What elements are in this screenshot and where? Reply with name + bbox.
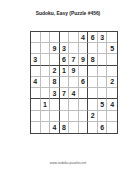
cell-r2c4-given-3: 3 bbox=[60, 43, 70, 54]
cell-r4c5-given-9: 9 bbox=[69, 66, 79, 77]
cell-r2c2-empty bbox=[41, 43, 51, 54]
cell-r3c7-given-8: 8 bbox=[88, 54, 98, 65]
cell-r8c9-empty bbox=[107, 111, 117, 122]
cell-r6c1-empty bbox=[31, 88, 41, 99]
cell-r3c6-given-9: 9 bbox=[79, 54, 89, 65]
cell-r8c8-empty bbox=[98, 111, 108, 122]
cell-r4c9-empty bbox=[107, 66, 117, 77]
cell-r7c9-given-4: 4 bbox=[107, 99, 117, 110]
page-title: Sudoku, Easy (Puzzle #456) bbox=[12, 11, 124, 16]
cell-r7c4-empty bbox=[60, 99, 70, 110]
cell-r2c3-given-9: 9 bbox=[50, 43, 60, 54]
sudoku-board: 4639353679821948623741542486 bbox=[30, 31, 118, 134]
cell-r9c8-given-6: 6 bbox=[98, 122, 108, 133]
cell-r1c4-empty bbox=[60, 32, 70, 43]
cell-r4c7-empty bbox=[88, 66, 98, 77]
cell-r4c4-given-1: 1 bbox=[60, 66, 70, 77]
cell-r2c7-empty bbox=[88, 43, 98, 54]
cell-r5c8-empty bbox=[98, 77, 108, 88]
cell-r3c4-given-6: 6 bbox=[60, 54, 70, 65]
cell-r1c7-given-6: 6 bbox=[88, 32, 98, 43]
cell-r6c8-empty bbox=[98, 88, 108, 99]
cell-r6c7-empty bbox=[88, 88, 98, 99]
cell-r8c5-empty bbox=[69, 111, 79, 122]
cell-r4c6-empty bbox=[79, 66, 89, 77]
cell-r7c7-empty bbox=[88, 99, 98, 110]
cell-r9c6-empty bbox=[79, 122, 89, 133]
footer-url: www.sudoku-puzzles.net bbox=[23, 161, 113, 165]
cell-r4c8-empty bbox=[98, 66, 108, 77]
cell-r9c4-given-8: 8 bbox=[60, 122, 70, 133]
cell-r7c6-empty bbox=[79, 99, 89, 110]
cell-r5c3-given-8: 8 bbox=[50, 77, 60, 88]
cell-r3c2-empty bbox=[41, 54, 51, 65]
cell-r7c5-empty bbox=[69, 99, 79, 110]
cell-r7c1-empty bbox=[31, 99, 41, 110]
cell-r9c5-empty bbox=[69, 122, 79, 133]
printable-sudoku-page: { "page": { "title": "Sudoku, Easy (Puzz… bbox=[0, 0, 136, 176]
cell-r3c1-given-3: 3 bbox=[31, 54, 41, 65]
cell-r8c1-empty bbox=[31, 111, 41, 122]
cell-r4c2-empty bbox=[41, 66, 51, 77]
cell-r3c9-empty bbox=[107, 54, 117, 65]
cell-r5c2-empty bbox=[41, 77, 51, 88]
cell-r1c9-empty bbox=[107, 32, 117, 43]
cell-r6c9-empty bbox=[107, 88, 117, 99]
cell-r5c4-empty bbox=[60, 77, 70, 88]
cell-r5c7-empty bbox=[88, 77, 98, 88]
cell-r6c5-given-4: 4 bbox=[69, 88, 79, 99]
cell-r6c4-given-7: 7 bbox=[60, 88, 70, 99]
cell-r2c5-empty bbox=[69, 43, 79, 54]
cell-r9c9-empty bbox=[107, 122, 117, 133]
cell-r3c8-empty bbox=[98, 54, 108, 65]
cell-r5c6-given-6: 6 bbox=[79, 77, 89, 88]
cell-r8c7-given-2: 2 bbox=[88, 111, 98, 122]
cell-r8c6-empty bbox=[79, 111, 89, 122]
cell-r8c3-empty bbox=[50, 111, 60, 122]
cell-r6c6-empty bbox=[79, 88, 89, 99]
cell-r9c3-given-4: 4 bbox=[50, 122, 60, 133]
cell-r6c2-empty bbox=[41, 88, 51, 99]
cell-r3c5-given-7: 7 bbox=[69, 54, 79, 65]
cell-r5c5-empty bbox=[69, 77, 79, 88]
cell-r1c8-given-3: 3 bbox=[98, 32, 108, 43]
cell-r1c1-empty bbox=[31, 32, 41, 43]
cell-r1c6-given-4: 4 bbox=[79, 32, 89, 43]
cell-r9c2-empty bbox=[41, 122, 51, 133]
cell-r4c3-given-2: 2 bbox=[50, 66, 60, 77]
cell-r7c2-given-1: 1 bbox=[41, 99, 51, 110]
cell-r2c1-empty bbox=[31, 43, 41, 54]
cell-r8c4-empty bbox=[60, 111, 70, 122]
cell-r7c3-empty bbox=[50, 99, 60, 110]
cell-r9c1-empty bbox=[31, 122, 41, 133]
cell-r2c8-empty bbox=[98, 43, 108, 54]
cell-r2c9-given-5: 5 bbox=[107, 43, 117, 54]
cell-r9c7-empty bbox=[88, 122, 98, 133]
cell-r7c8-given-5: 5 bbox=[98, 99, 108, 110]
cell-r5c9-given-2: 2 bbox=[107, 77, 117, 88]
cell-r3c3-empty bbox=[50, 54, 60, 65]
cell-r8c2-empty bbox=[41, 111, 51, 122]
cell-r6c3-given-3: 3 bbox=[50, 88, 60, 99]
cell-r1c5-empty bbox=[69, 32, 79, 43]
cell-r1c2-empty bbox=[41, 32, 51, 43]
cell-r4c1-empty bbox=[31, 66, 41, 77]
cell-r1c3-empty bbox=[50, 32, 60, 43]
cell-r5c1-given-4: 4 bbox=[31, 77, 41, 88]
cell-r2c6-empty bbox=[79, 43, 89, 54]
